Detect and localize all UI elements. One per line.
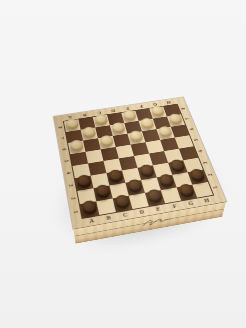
dark-piece-e3 (139, 166, 155, 178)
light-piece-e8 (123, 111, 137, 121)
checkers-board: ABCDEFGH ABCDEFGH 87654321 87654321 (54, 97, 227, 229)
square-e2 (141, 177, 161, 192)
square-c1 (113, 196, 133, 212)
light-piece-a8 (65, 120, 79, 130)
square-a3 (75, 176, 94, 191)
square-h3 (183, 158, 203, 172)
scene: ABCDEFGH ABCDEFGH 87654321 87654321 (0, 0, 246, 328)
square-d3 (122, 168, 141, 183)
dark-piece-c1 (114, 196, 130, 209)
light-piece-h7 (168, 115, 183, 125)
dark-piece-a3 (76, 176, 91, 188)
square-d1 (129, 193, 149, 209)
square-h2 (188, 170, 208, 185)
square-b1 (96, 198, 116, 214)
light-piece-g6 (158, 127, 173, 138)
square-c3 (106, 170, 125, 185)
light-piece-g8 (151, 107, 165, 117)
square-f2 (157, 175, 177, 190)
square-b3 (91, 173, 110, 188)
square-c4 (103, 158, 122, 173)
cursive-brand-stamp-icon (142, 214, 173, 229)
square-a4 (72, 163, 90, 178)
square-a1 (80, 201, 99, 218)
label-2-right: 2 (201, 170, 219, 180)
square-b2 (93, 185, 112, 201)
light-piece-f7 (140, 119, 154, 129)
dark-piece-b2 (95, 186, 111, 199)
square-d4 (119, 156, 138, 170)
square-d2 (125, 180, 145, 196)
label-3-left: 3 (62, 180, 80, 191)
square-a2 (77, 188, 96, 204)
label-1-right: 1 (206, 182, 225, 193)
square-b4 (88, 161, 106, 176)
light-piece-d7 (111, 124, 125, 134)
square-f1 (161, 187, 181, 203)
square-g3 (168, 160, 188, 175)
label-4-left: 4 (60, 168, 77, 178)
light-piece-a6 (69, 141, 83, 152)
dark-piece-g1 (178, 185, 195, 198)
label-5-left: 5 (58, 156, 75, 166)
light-piece-e6 (129, 132, 144, 143)
light-piece-c8 (94, 115, 108, 125)
dark-piece-e1 (147, 191, 163, 204)
square-f3 (153, 163, 172, 178)
square-c2 (109, 183, 128, 199)
light-piece-b7 (82, 128, 96, 139)
dark-piece-d2 (127, 181, 143, 194)
label-2-left: 2 (64, 193, 82, 204)
dark-piece-f2 (158, 175, 174, 187)
dark-piece-a1 (81, 202, 97, 215)
dark-piece-c3 (108, 171, 123, 183)
dark-piece-g3 (170, 161, 186, 173)
square-h1 (192, 182, 213, 198)
product-photo[interactable]: ABCDEFGH ABCDEFGH 87654321 87654321 (0, 0, 246, 328)
square-g2 (172, 172, 192, 187)
square-e1 (145, 190, 165, 206)
label-1-left: 1 (67, 206, 85, 218)
label-3-right: 3 (196, 158, 214, 168)
square-g1 (177, 185, 197, 201)
dark-piece-h2 (189, 170, 205, 182)
light-piece-c6 (99, 136, 113, 147)
square-e3 (137, 165, 156, 180)
